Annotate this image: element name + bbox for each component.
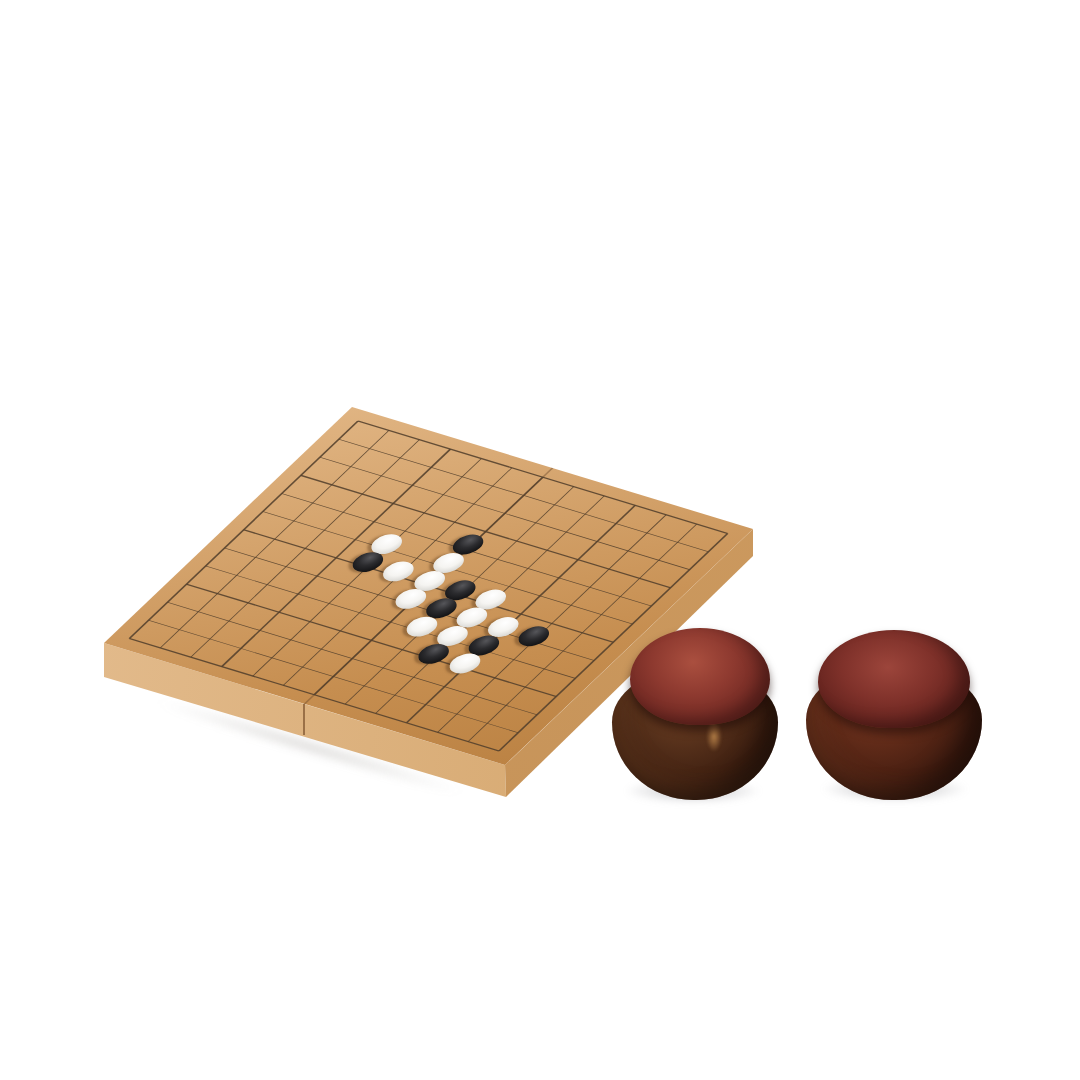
scene <box>0 0 1080 1080</box>
go-bowl-right-lid <box>818 630 970 728</box>
board-fold-seam-edge <box>303 704 305 735</box>
go-bowl-left-lid <box>630 628 770 725</box>
